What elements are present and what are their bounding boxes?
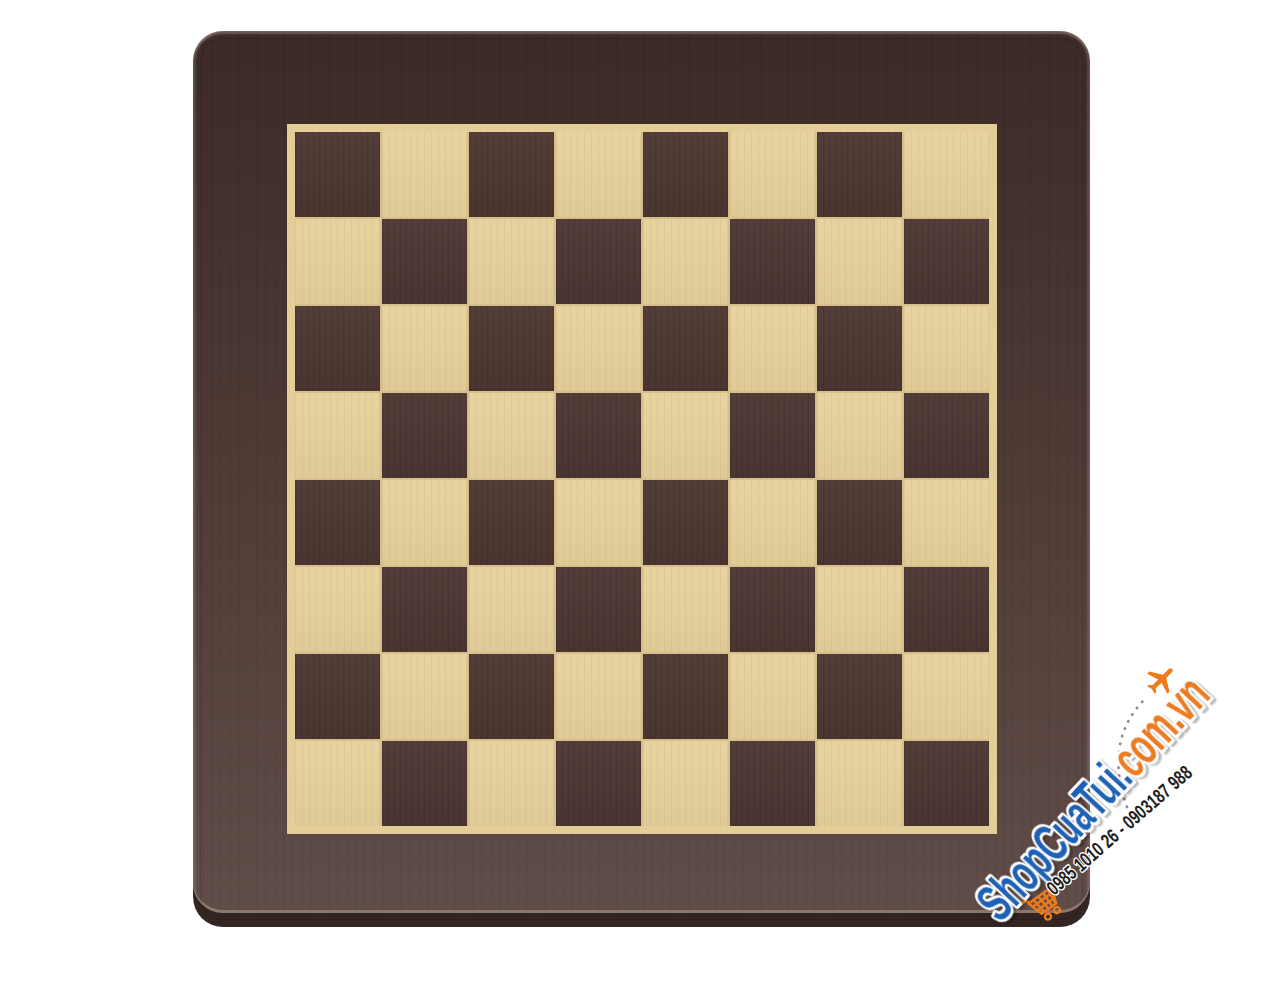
square-r7c7[interactable] xyxy=(817,654,902,739)
square-r4c6[interactable] xyxy=(730,393,815,478)
square-r8c6[interactable] xyxy=(730,741,815,826)
square-r3c8[interactable] xyxy=(904,306,989,391)
dotted-flight-path-icon xyxy=(1118,698,1146,807)
square-r2c1[interactable] xyxy=(295,219,380,304)
square-r1c8[interactable] xyxy=(904,132,989,217)
square-r3c1[interactable] xyxy=(295,306,380,391)
square-r3c7[interactable] xyxy=(817,306,902,391)
square-r2c8[interactable] xyxy=(904,219,989,304)
square-r2c2[interactable] xyxy=(382,219,467,304)
square-r5c8[interactable] xyxy=(904,480,989,565)
airplane-icon xyxy=(1141,659,1182,700)
square-r8c5[interactable] xyxy=(643,741,728,826)
square-r1c1[interactable] xyxy=(295,132,380,217)
square-r5c4[interactable] xyxy=(556,480,641,565)
square-r7c5[interactable] xyxy=(643,654,728,739)
square-r1c2[interactable] xyxy=(382,132,467,217)
square-r8c1[interactable] xyxy=(295,741,380,826)
chess-board xyxy=(193,31,1090,927)
square-r7c8[interactable] xyxy=(904,654,989,739)
square-r6c7[interactable] xyxy=(817,567,902,652)
product-photo-background: ShopCuaTui.com.vn 0985 1010 26 - 0903187… xyxy=(0,0,1286,986)
square-r2c5[interactable] xyxy=(643,219,728,304)
board-inner-border xyxy=(287,124,997,834)
square-r6c1[interactable] xyxy=(295,567,380,652)
square-r5c2[interactable] xyxy=(382,480,467,565)
square-r7c4[interactable] xyxy=(556,654,641,739)
square-r3c2[interactable] xyxy=(382,306,467,391)
square-r2c3[interactable] xyxy=(469,219,554,304)
square-r2c7[interactable] xyxy=(817,219,902,304)
square-r4c8[interactable] xyxy=(904,393,989,478)
square-r7c2[interactable] xyxy=(382,654,467,739)
square-r8c4[interactable] xyxy=(556,741,641,826)
square-r1c6[interactable] xyxy=(730,132,815,217)
square-r4c4[interactable] xyxy=(556,393,641,478)
square-r1c3[interactable] xyxy=(469,132,554,217)
square-r5c3[interactable] xyxy=(469,480,554,565)
square-r6c5[interactable] xyxy=(643,567,728,652)
square-r8c3[interactable] xyxy=(469,741,554,826)
square-r7c1[interactable] xyxy=(295,654,380,739)
square-r3c4[interactable] xyxy=(556,306,641,391)
square-r5c6[interactable] xyxy=(730,480,815,565)
square-r3c6[interactable] xyxy=(730,306,815,391)
square-r3c5[interactable] xyxy=(643,306,728,391)
square-r7c6[interactable] xyxy=(730,654,815,739)
square-r4c7[interactable] xyxy=(817,393,902,478)
square-r3c3[interactable] xyxy=(469,306,554,391)
square-r4c1[interactable] xyxy=(295,393,380,478)
chess-board-grid xyxy=(295,132,989,826)
square-r4c3[interactable] xyxy=(469,393,554,478)
square-r4c2[interactable] xyxy=(382,393,467,478)
square-r8c7[interactable] xyxy=(817,741,902,826)
square-r5c5[interactable] xyxy=(643,480,728,565)
square-r8c2[interactable] xyxy=(382,741,467,826)
square-r4c5[interactable] xyxy=(643,393,728,478)
square-r6c6[interactable] xyxy=(730,567,815,652)
square-r8c8[interactable] xyxy=(904,741,989,826)
square-r1c5[interactable] xyxy=(643,132,728,217)
square-r6c8[interactable] xyxy=(904,567,989,652)
square-r1c4[interactable] xyxy=(556,132,641,217)
square-r2c4[interactable] xyxy=(556,219,641,304)
square-r6c2[interactable] xyxy=(382,567,467,652)
square-r7c3[interactable] xyxy=(469,654,554,739)
square-r6c3[interactable] xyxy=(469,567,554,652)
square-r2c6[interactable] xyxy=(730,219,815,304)
square-r5c7[interactable] xyxy=(817,480,902,565)
square-r6c4[interactable] xyxy=(556,567,641,652)
square-r5c1[interactable] xyxy=(295,480,380,565)
brand-orange-part: com.vn xyxy=(1098,663,1220,788)
square-r1c7[interactable] xyxy=(817,132,902,217)
